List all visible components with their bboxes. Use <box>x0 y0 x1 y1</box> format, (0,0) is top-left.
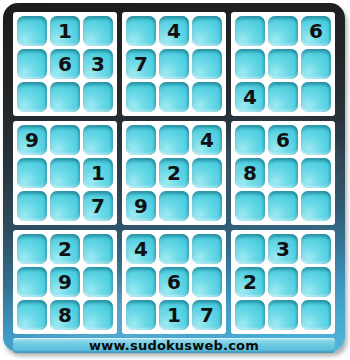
cell-r9c2[interactable]: 8 <box>50 300 80 330</box>
cell-r2c7[interactable] <box>235 49 265 79</box>
cell-r2c5[interactable] <box>159 49 189 79</box>
cell-r1c7[interactable] <box>235 16 265 46</box>
cell-r3c9[interactable] <box>301 82 331 112</box>
cell-r5c3[interactable]: 1 <box>83 158 113 188</box>
cell-r8c4[interactable] <box>126 267 156 297</box>
cell-r1c9[interactable]: 6 <box>301 16 331 46</box>
cell-r3c2[interactable] <box>50 82 80 112</box>
cell-r2c6[interactable] <box>192 49 222 79</box>
box-9: 32 <box>231 230 335 334</box>
cell-r7c1[interactable] <box>17 234 47 264</box>
box-8: 4617 <box>122 230 226 334</box>
cell-r3c1[interactable] <box>17 82 47 112</box>
cell-r5c7[interactable]: 8 <box>235 158 265 188</box>
sudoku-board: 163476491742968298461732 <box>13 12 335 334</box>
cell-r7c9[interactable] <box>301 234 331 264</box>
cell-r9c8[interactable] <box>268 300 298 330</box>
cell-r7c6[interactable] <box>192 234 222 264</box>
cell-r4c5[interactable] <box>159 125 189 155</box>
cell-r6c2[interactable] <box>50 191 80 221</box>
cell-r6c3[interactable]: 7 <box>83 191 113 221</box>
box-2: 47 <box>122 12 226 116</box>
cell-r8c8[interactable] <box>268 267 298 297</box>
cell-r1c1[interactable] <box>17 16 47 46</box>
cell-r9c6[interactable]: 7 <box>192 300 222 330</box>
cell-r9c1[interactable] <box>17 300 47 330</box>
box-3: 64 <box>231 12 335 116</box>
cell-r1c8[interactable] <box>268 16 298 46</box>
cell-r1c2[interactable]: 1 <box>50 16 80 46</box>
cell-r5c6[interactable] <box>192 158 222 188</box>
sudoku-frame: 163476491742968298461732 www.sudokusweb.… <box>3 3 345 352</box>
cell-r9c5[interactable]: 1 <box>159 300 189 330</box>
cell-r4c9[interactable] <box>301 125 331 155</box>
cell-r6c5[interactable] <box>159 191 189 221</box>
cell-r6c9[interactable] <box>301 191 331 221</box>
cell-r9c4[interactable] <box>126 300 156 330</box>
cell-r4c8[interactable]: 6 <box>268 125 298 155</box>
cell-r2c4[interactable]: 7 <box>126 49 156 79</box>
cell-r4c6[interactable]: 4 <box>192 125 222 155</box>
cell-r2c8[interactable] <box>268 49 298 79</box>
cell-r5c5[interactable]: 2 <box>159 158 189 188</box>
cell-r1c3[interactable] <box>83 16 113 46</box>
cell-r7c5[interactable] <box>159 234 189 264</box>
box-1: 163 <box>13 12 117 116</box>
box-4: 917 <box>13 121 117 225</box>
cell-r5c4[interactable] <box>126 158 156 188</box>
cell-r3c4[interactable] <box>126 82 156 112</box>
cell-r3c8[interactable] <box>268 82 298 112</box>
cell-r4c3[interactable] <box>83 125 113 155</box>
cell-r5c2[interactable] <box>50 158 80 188</box>
cell-r2c9[interactable] <box>301 49 331 79</box>
cell-r6c7[interactable] <box>235 191 265 221</box>
cell-r5c8[interactable] <box>268 158 298 188</box>
footer-band: www.sudokusweb.com <box>13 338 335 353</box>
cell-r4c1[interactable]: 9 <box>17 125 47 155</box>
cell-r9c9[interactable] <box>301 300 331 330</box>
cell-r1c6[interactable] <box>192 16 222 46</box>
cell-r3c5[interactable] <box>159 82 189 112</box>
cell-r7c2[interactable]: 2 <box>50 234 80 264</box>
cell-r3c6[interactable] <box>192 82 222 112</box>
box-7: 298 <box>13 230 117 334</box>
cell-r1c4[interactable] <box>126 16 156 46</box>
cell-r4c7[interactable] <box>235 125 265 155</box>
cell-r9c3[interactable] <box>83 300 113 330</box>
cell-r1c5[interactable]: 4 <box>159 16 189 46</box>
cell-r6c6[interactable] <box>192 191 222 221</box>
cell-r8c5[interactable]: 6 <box>159 267 189 297</box>
cell-r2c1[interactable] <box>17 49 47 79</box>
cell-r8c2[interactable]: 9 <box>50 267 80 297</box>
cell-r7c8[interactable]: 3 <box>268 234 298 264</box>
box-5: 429 <box>122 121 226 225</box>
cell-r8c1[interactable] <box>17 267 47 297</box>
cell-r6c4[interactable]: 9 <box>126 191 156 221</box>
cell-r7c4[interactable]: 4 <box>126 234 156 264</box>
cell-r5c9[interactable] <box>301 158 331 188</box>
cell-r7c7[interactable] <box>235 234 265 264</box>
cell-r5c1[interactable] <box>17 158 47 188</box>
cell-r4c4[interactable] <box>126 125 156 155</box>
cell-r8c6[interactable] <box>192 267 222 297</box>
box-6: 68 <box>231 121 335 225</box>
cell-r4c2[interactable] <box>50 125 80 155</box>
cell-r9c7[interactable] <box>235 300 265 330</box>
cell-r3c7[interactable]: 4 <box>235 82 265 112</box>
cell-r8c9[interactable] <box>301 267 331 297</box>
site-url: www.sudokusweb.com <box>89 338 259 353</box>
cell-r6c1[interactable] <box>17 191 47 221</box>
cell-r2c3[interactable]: 3 <box>83 49 113 79</box>
cell-r8c7[interactable]: 2 <box>235 267 265 297</box>
cell-r8c3[interactable] <box>83 267 113 297</box>
cell-r2c2[interactable]: 6 <box>50 49 80 79</box>
cell-r3c3[interactable] <box>83 82 113 112</box>
cell-r6c8[interactable] <box>268 191 298 221</box>
cell-r7c3[interactable] <box>83 234 113 264</box>
